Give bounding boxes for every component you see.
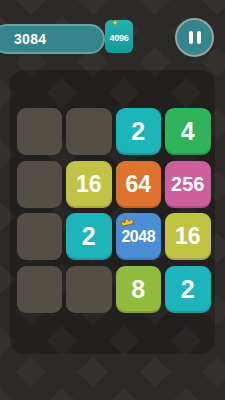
tile-value: 2048 [121,229,155,245]
empty-cell [17,161,63,208]
bg-diamond [77,356,108,387]
bg-diamond [46,387,77,400]
empty-cell [17,108,63,155]
tile-2048: 2048 [116,213,162,260]
best-tile-indicator: ✦ 4096 [105,20,133,53]
score-value: 3084 [14,31,46,47]
star-icon: ✦ [111,19,119,28]
pause-button[interactable] [175,18,214,57]
tile-value: 16 [76,173,102,196]
tile-value: 8 [131,277,145,302]
empty-cell [66,108,112,155]
crown-icon [119,215,135,227]
tile-4: 4 [165,108,211,155]
tile-2: 2 [165,266,211,313]
tile-16: 16 [165,213,211,260]
tile-value: 2 [82,224,96,249]
tile-value: 256 [171,174,204,194]
tile-value: 2 [181,277,195,302]
tile-8: 8 [116,266,162,313]
tile-value: 16 [175,225,201,248]
bg-diamond [108,387,139,400]
best-tile-value: 4096 [110,33,129,43]
top-bar: 3084 ✦ 4096 [0,0,225,66]
game-board[interactable]: 24166425622048 1682 [10,70,215,354]
bg-diamond [15,356,46,387]
tile-value: 2 [131,119,145,144]
tile-value: 64 [125,173,151,196]
tile-256: 256 [165,161,211,208]
bg-diamond [139,356,170,387]
bg-diamond [170,387,201,400]
bg-diamond [0,387,16,400]
empty-cell [17,213,63,260]
tile-2: 2 [66,213,112,260]
score-display: 3084 [0,24,105,54]
tile-value: 4 [181,119,195,144]
tile-64: 64 [116,161,162,208]
tile-16: 16 [66,161,112,208]
pause-icon [189,31,193,44]
empty-cell [66,266,112,313]
pause-icon [197,31,201,44]
game-screen: 3084 ✦ 4096 24166425622048 1682 [0,0,225,400]
bg-diamond [201,356,225,387]
tile-2: 2 [116,108,162,155]
tile-grid: 24166425622048 1682 [17,108,211,313]
empty-cell [17,266,63,313]
